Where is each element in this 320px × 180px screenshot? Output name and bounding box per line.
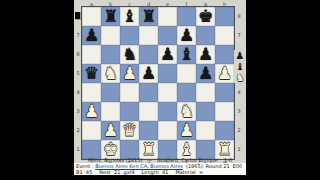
square-d8[interactable]: ♜ [139,7,158,26]
square-b4[interactable] [101,83,120,102]
black-pawn: ♟ [84,26,99,45]
white-pawn: ♟ [122,64,137,83]
white-knight-icon: ♞ [236,72,245,83]
square-b5[interactable]: ♞ [101,64,120,83]
square-e7[interactable] [158,26,177,45]
square-h7[interactable] [215,26,234,45]
black-pawn: ♟ [198,64,213,83]
square-g3[interactable] [196,102,215,121]
black-bishop-icon: ♝ [236,61,245,72]
square-b6[interactable] [101,45,120,64]
square-g5[interactable]: ♟ [196,64,215,83]
square-e8[interactable] [158,7,177,26]
square-c8[interactable]: ♝ [120,7,139,26]
next-move-stat: Next 21 .gxf4 [99,169,134,175]
square-e6[interactable]: ♟ [158,45,177,64]
square-a8[interactable] [82,7,101,26]
square-h3[interactable] [215,102,234,121]
white-pawn: ♟ [84,102,99,121]
black-queen: ♛ [84,64,99,83]
coord-label-4: 4 [236,83,242,102]
square-a2[interactable] [82,121,101,140]
square-e4[interactable] [158,83,177,102]
rank-labels-right: 87654321 [236,7,242,159]
square-c2[interactable]: ♛ [120,121,139,140]
square-a4[interactable] [82,83,101,102]
captured-material-tray: ♟♝♞ [234,50,246,83]
square-a6[interactable] [82,45,101,64]
white-queen: ♛ [122,121,137,140]
coord-label-6: 6 [75,45,81,64]
coord-label-2: 2 [236,121,242,140]
square-d4[interactable] [139,83,158,102]
black-bishop: ♝ [122,7,137,26]
square-f7[interactable]: ♟ [177,26,196,45]
square-f5[interactable] [177,64,196,83]
white-pawn: ♟ [179,121,194,140]
square-d5[interactable]: ♟ [139,64,158,83]
length-stat: Length 41 [142,169,169,175]
black-pawn: ♟ [141,64,156,83]
square-c3[interactable] [120,102,139,121]
square-c5[interactable]: ♟ [120,64,139,83]
square-f2[interactable]: ♟ [177,121,196,140]
black-bishop: ♝ [179,45,194,64]
square-e3[interactable] [158,102,177,121]
square-b7[interactable] [101,26,120,45]
eco-stat: B1 45 [76,169,92,175]
black-pawn: ♟ [198,45,213,64]
coord-label-7: 7 [236,26,242,45]
square-g4[interactable] [196,83,215,102]
square-f6[interactable]: ♝ [177,45,196,64]
square-h4[interactable] [215,83,234,102]
white-knight: ♞ [179,102,194,121]
chess-app-panel: abcdefgh abcdefgh 87654321 87654321 ♜♝♜♚… [74,0,246,175]
black-king: ♚ [198,7,213,26]
square-c6[interactable]: ♞ [120,45,139,64]
coord-label-5: 5 [75,64,81,83]
square-a3[interactable]: ♟ [82,102,101,121]
coord-label-3: 3 [236,102,242,121]
black-knight: ♞ [122,45,137,64]
white-knight: ♞ [103,64,118,83]
black-pawn: ♟ [160,45,175,64]
black-pawn: ♟ [179,26,194,45]
square-h2[interactable] [215,121,234,140]
square-d2[interactable] [139,121,158,140]
coord-label-2: 2 [75,121,81,140]
square-f3[interactable]: ♞ [177,102,196,121]
square-c7[interactable] [120,26,139,45]
square-a5[interactable]: ♛ [82,64,101,83]
material-stat: Material = [175,169,203,175]
stats-line: B1 45Next 21 .gxf4Length 41Material = [74,170,246,176]
rank-labels-left: 87654321 [75,7,81,159]
square-d7[interactable] [139,26,158,45]
square-f4[interactable] [177,83,196,102]
square-c4[interactable] [120,83,139,102]
square-g6[interactable]: ♟ [196,45,215,64]
square-a7[interactable]: ♟ [82,26,101,45]
square-g7[interactable] [196,26,215,45]
square-e2[interactable] [158,121,177,140]
square-h5[interactable]: ♟ [215,64,234,83]
square-h8[interactable] [215,7,234,26]
white-pawn: ♟ [217,64,232,83]
square-b3[interactable] [101,102,120,121]
black-to-move-indicator [75,12,81,20]
square-b8[interactable]: ♜ [101,7,120,26]
video-frame: abcdefgh abcdefgh 87654321 87654321 ♜♝♜♚… [0,0,320,180]
square-b2[interactable]: ♟ [101,121,120,140]
black-rook: ♜ [141,7,156,26]
coord-label-3: 3 [75,102,81,121]
coord-label-7: 7 [75,26,81,45]
chess-board[interactable]: ♜♝♜♚♟♟♞♟♝♟♛♞♟♟♟♟♟♞♟♛♟♚♜♝♜ [82,7,234,159]
square-e5[interactable] [158,64,177,83]
game-info-box: Event : Buenos Aires Ken CA, Buenos Aire… [74,163,246,175]
square-f8[interactable] [177,7,196,26]
square-d6[interactable] [139,45,158,64]
black-pawn-icon: ♟ [236,50,245,61]
coord-label-8: 8 [236,7,242,26]
square-g8[interactable]: ♚ [196,7,215,26]
coord-label-4: 4 [75,83,81,102]
square-g2[interactable] [196,121,215,140]
square-d3[interactable] [139,102,158,121]
black-rook: ♜ [103,7,118,26]
square-h6[interactable] [215,45,234,64]
white-pawn: ♟ [103,121,118,140]
